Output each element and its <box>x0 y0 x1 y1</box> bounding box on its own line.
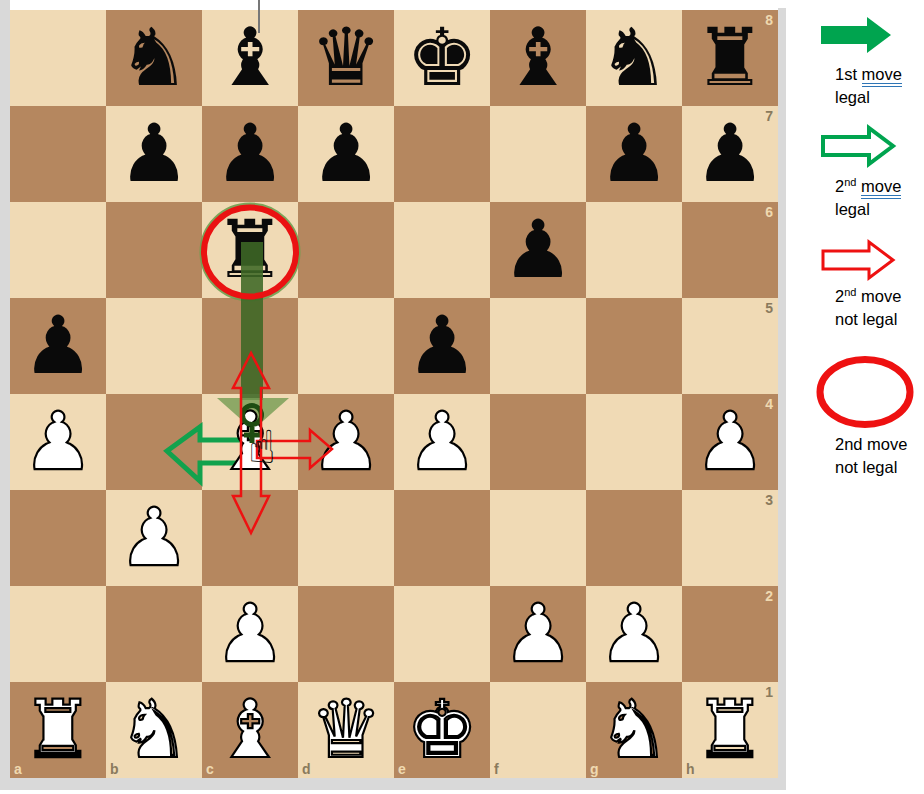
square-e6[interactable] <box>394 202 490 298</box>
legend-label-first-move-legal: 1st move legal <box>835 63 924 109</box>
piece-black-pawn-d7[interactable]: ♟ <box>298 106 394 202</box>
square-h5[interactable]: 5 <box>682 298 778 394</box>
piece-white-pawn-a4[interactable]: ♟ <box>10 394 106 490</box>
text-cursor-artifact <box>258 0 260 33</box>
square-e3[interactable] <box>394 490 490 586</box>
piece-white-bishop-c1[interactable]: ♝ <box>202 682 298 778</box>
square-b2[interactable] <box>106 586 202 682</box>
square-a2[interactable] <box>10 586 106 682</box>
square-e2[interactable] <box>394 586 490 682</box>
piece-black-bishop-c8[interactable]: ♝ <box>202 10 298 106</box>
legend-label-second-move-legal: 2nd move legal <box>835 175 924 221</box>
square-h3[interactable]: 3 <box>682 490 778 586</box>
piece-white-pawn-d4[interactable]: ♟ <box>298 394 394 490</box>
piece-black-pawn-e5[interactable]: ♟ <box>394 298 490 394</box>
square-a8[interactable] <box>10 10 106 106</box>
square-f4[interactable] <box>490 394 586 490</box>
piece-black-rook-h8[interactable]: ♜ <box>682 10 778 106</box>
square-d2[interactable] <box>298 586 394 682</box>
legend-outline-green-arrow-icon <box>818 124 898 168</box>
piece-white-knight-b1[interactable]: ♞ <box>106 682 202 778</box>
page: 8765432abcdefgh1 ♞♝♛♚♝♞♜♟♟♟♟♟♜♟♟♟♟♝♟♟♟♟♟… <box>0 0 924 794</box>
square-g4[interactable] <box>586 394 682 490</box>
piece-white-bishop-c4[interactable]: ♝ <box>202 394 298 490</box>
file-label-f: f <box>494 761 499 777</box>
square-d6[interactable] <box>298 202 394 298</box>
board-frame-bottom <box>0 778 786 790</box>
square-b6[interactable] <box>106 202 202 298</box>
square-b4[interactable] <box>106 394 202 490</box>
piece-black-rook-c6[interactable]: ♜ <box>202 202 298 298</box>
square-f7[interactable] <box>490 106 586 202</box>
piece-black-pawn-f6[interactable]: ♟ <box>490 202 586 298</box>
legend-outline-red-arrow-icon <box>818 238 898 282</box>
piece-black-pawn-c7[interactable]: ♟ <box>202 106 298 202</box>
square-c5[interactable] <box>202 298 298 394</box>
rank-label-2: 2 <box>765 588 773 604</box>
legend-label-second-move-not-legal-arrow: 2nd move not legal <box>835 285 924 331</box>
piece-white-knight-g1[interactable]: ♞ <box>586 682 682 778</box>
piece-white-pawn-h4[interactable]: ♟ <box>682 394 778 490</box>
piece-white-pawn-c2[interactable]: ♟ <box>202 586 298 682</box>
square-b5[interactable] <box>106 298 202 394</box>
piece-black-pawn-a5[interactable]: ♟ <box>10 298 106 394</box>
piece-black-queen-d8[interactable]: ♛ <box>298 10 394 106</box>
square-c3[interactable] <box>202 490 298 586</box>
square-e7[interactable] <box>394 106 490 202</box>
chess-board: 8765432abcdefgh1 ♞♝♛♚♝♞♜♟♟♟♟♟♜♟♟♟♟♝♟♟♟♟♟… <box>10 10 778 778</box>
legend-label-second-move-not-legal-circle: 2nd move not legal <box>835 433 924 479</box>
piece-black-pawn-g7[interactable]: ♟ <box>586 106 682 202</box>
square-a7[interactable] <box>10 106 106 202</box>
piece-black-bishop-f8[interactable]: ♝ <box>490 10 586 106</box>
board-frame-right <box>778 8 786 790</box>
board-frame-left <box>0 0 10 782</box>
piece-white-rook-a1[interactable]: ♜ <box>10 682 106 778</box>
piece-black-king-e8[interactable]: ♚ <box>394 10 490 106</box>
square-f3[interactable] <box>490 490 586 586</box>
legend-solid-green-arrow-icon <box>817 14 895 56</box>
square-h6[interactable]: 6 <box>682 202 778 298</box>
square-h2[interactable]: 2 <box>682 586 778 682</box>
piece-white-pawn-e4[interactable]: ♟ <box>394 394 490 490</box>
square-f1[interactable]: f <box>490 682 586 778</box>
piece-white-rook-h1[interactable]: ♜ <box>682 682 778 778</box>
piece-black-knight-b8[interactable]: ♞ <box>106 10 202 106</box>
square-g5[interactable] <box>586 298 682 394</box>
square-g6[interactable] <box>586 202 682 298</box>
square-a6[interactable] <box>10 202 106 298</box>
piece-black-knight-g8[interactable]: ♞ <box>586 10 682 106</box>
legend-red-circle-icon <box>814 353 916 433</box>
square-d3[interactable] <box>298 490 394 586</box>
piece-black-pawn-b7[interactable]: ♟ <box>106 106 202 202</box>
piece-white-king-e1[interactable]: ♚ <box>394 682 490 778</box>
piece-white-pawn-b3[interactable]: ♟ <box>106 490 202 586</box>
rank-label-3: 3 <box>765 492 773 508</box>
piece-white-pawn-f2[interactable]: ♟ <box>490 586 586 682</box>
square-g3[interactable] <box>586 490 682 586</box>
rank-label-6: 6 <box>765 204 773 220</box>
square-f5[interactable] <box>490 298 586 394</box>
square-a3[interactable] <box>10 490 106 586</box>
piece-white-queen-d1[interactable]: ♛ <box>298 682 394 778</box>
square-d5[interactable] <box>298 298 394 394</box>
piece-white-pawn-g2[interactable]: ♟ <box>586 586 682 682</box>
rank-label-5: 5 <box>765 300 773 316</box>
piece-black-pawn-h7[interactable]: ♟ <box>682 106 778 202</box>
